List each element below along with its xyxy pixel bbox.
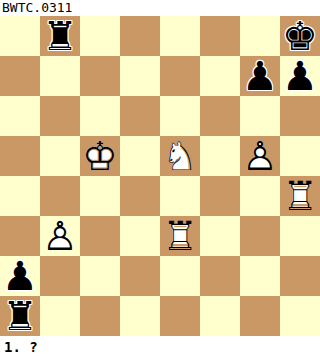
square-e1[interactable] — [160, 296, 200, 336]
black-pawn[interactable]: ♟ — [0, 256, 40, 296]
white-knight[interactable]: ♞♘ — [160, 136, 200, 176]
square-c7[interactable] — [80, 56, 120, 96]
black-rook-icon: ♜ — [0, 296, 40, 336]
square-d1[interactable] — [120, 296, 160, 336]
square-a3[interactable] — [0, 216, 40, 256]
square-h4[interactable]: ♜♖ — [280, 176, 320, 216]
white-pawn[interactable]: ♟♙ — [40, 216, 80, 256]
square-d6[interactable] — [120, 96, 160, 136]
square-a5[interactable] — [0, 136, 40, 176]
square-b8[interactable]: ♜ — [40, 16, 80, 56]
square-e4[interactable] — [160, 176, 200, 216]
white-pawn[interactable]: ♟♙ — [240, 136, 280, 176]
square-h7[interactable]: ♟ — [280, 56, 320, 96]
square-e3[interactable]: ♜♖ — [160, 216, 200, 256]
square-a7[interactable] — [0, 56, 40, 96]
square-c1[interactable] — [80, 296, 120, 336]
square-d8[interactable] — [120, 16, 160, 56]
square-h3[interactable] — [280, 216, 320, 256]
black-pawn-icon: ♟ — [240, 56, 280, 96]
square-b3[interactable]: ♟♙ — [40, 216, 80, 256]
square-f7[interactable] — [200, 56, 240, 96]
square-h2[interactable] — [280, 256, 320, 296]
square-a1[interactable]: ♜ — [0, 296, 40, 336]
square-b5[interactable] — [40, 136, 80, 176]
black-rook[interactable]: ♜ — [40, 16, 80, 56]
white-king-icon: ♔ — [80, 136, 120, 176]
square-d7[interactable] — [120, 56, 160, 96]
square-e6[interactable] — [160, 96, 200, 136]
square-b7[interactable] — [40, 56, 80, 96]
square-c2[interactable] — [80, 256, 120, 296]
square-c6[interactable] — [80, 96, 120, 136]
square-d4[interactable] — [120, 176, 160, 216]
white-knight-icon: ♘ — [160, 136, 200, 176]
square-d2[interactable] — [120, 256, 160, 296]
black-pawn[interactable]: ♟ — [240, 56, 280, 96]
square-g4[interactable] — [240, 176, 280, 216]
square-g6[interactable] — [240, 96, 280, 136]
square-f1[interactable] — [200, 296, 240, 336]
square-c3[interactable] — [80, 216, 120, 256]
white-rook[interactable]: ♜♖ — [280, 176, 320, 216]
black-rook[interactable]: ♜ — [0, 296, 40, 336]
square-h1[interactable] — [280, 296, 320, 336]
white-rook-icon: ♖ — [160, 216, 200, 256]
square-c8[interactable] — [80, 16, 120, 56]
square-b6[interactable] — [40, 96, 80, 136]
square-f5[interactable] — [200, 136, 240, 176]
square-g1[interactable] — [240, 296, 280, 336]
square-f8[interactable] — [200, 16, 240, 56]
square-a6[interactable] — [0, 96, 40, 136]
black-king-icon: ♚ — [280, 16, 320, 56]
square-h8[interactable]: ♚ — [280, 16, 320, 56]
black-pawn-icon: ♟ — [280, 56, 320, 96]
white-king[interactable]: ♚♔ — [80, 136, 120, 176]
black-pawn[interactable]: ♟ — [280, 56, 320, 96]
white-rook-icon: ♖ — [280, 176, 320, 216]
square-d3[interactable] — [120, 216, 160, 256]
square-c4[interactable] — [80, 176, 120, 216]
square-e2[interactable] — [160, 256, 200, 296]
square-c5[interactable]: ♚♔ — [80, 136, 120, 176]
square-b2[interactable] — [40, 256, 80, 296]
square-f3[interactable] — [200, 216, 240, 256]
white-pawn-icon: ♙ — [240, 136, 280, 176]
square-a2[interactable]: ♟ — [0, 256, 40, 296]
square-b4[interactable] — [40, 176, 80, 216]
square-d5[interactable] — [120, 136, 160, 176]
square-g2[interactable] — [240, 256, 280, 296]
black-king[interactable]: ♚ — [280, 16, 320, 56]
white-pawn-icon: ♙ — [40, 216, 80, 256]
square-f6[interactable] — [200, 96, 240, 136]
square-g8[interactable] — [240, 16, 280, 56]
square-b1[interactable] — [40, 296, 80, 336]
square-e8[interactable] — [160, 16, 200, 56]
square-g7[interactable]: ♟ — [240, 56, 280, 96]
square-a4[interactable] — [0, 176, 40, 216]
square-g5[interactable]: ♟♙ — [240, 136, 280, 176]
square-g3[interactable] — [240, 216, 280, 256]
square-h6[interactable] — [280, 96, 320, 136]
square-f4[interactable] — [200, 176, 240, 216]
black-pawn-icon: ♟ — [0, 256, 40, 296]
square-e5[interactable]: ♞♘ — [160, 136, 200, 176]
white-rook[interactable]: ♜♖ — [160, 216, 200, 256]
square-f2[interactable] — [200, 256, 240, 296]
black-rook-icon: ♜ — [40, 16, 80, 56]
move-prompt: 1. ? — [4, 339, 38, 355]
square-h5[interactable] — [280, 136, 320, 176]
square-e7[interactable] — [160, 56, 200, 96]
square-a8[interactable] — [0, 16, 40, 56]
footer: 1. ? — [0, 336, 320, 360]
chess-board: ♜♚♟♟♚♔♞♘♟♙♜♖♟♙♜♖♟♜ — [0, 16, 320, 336]
